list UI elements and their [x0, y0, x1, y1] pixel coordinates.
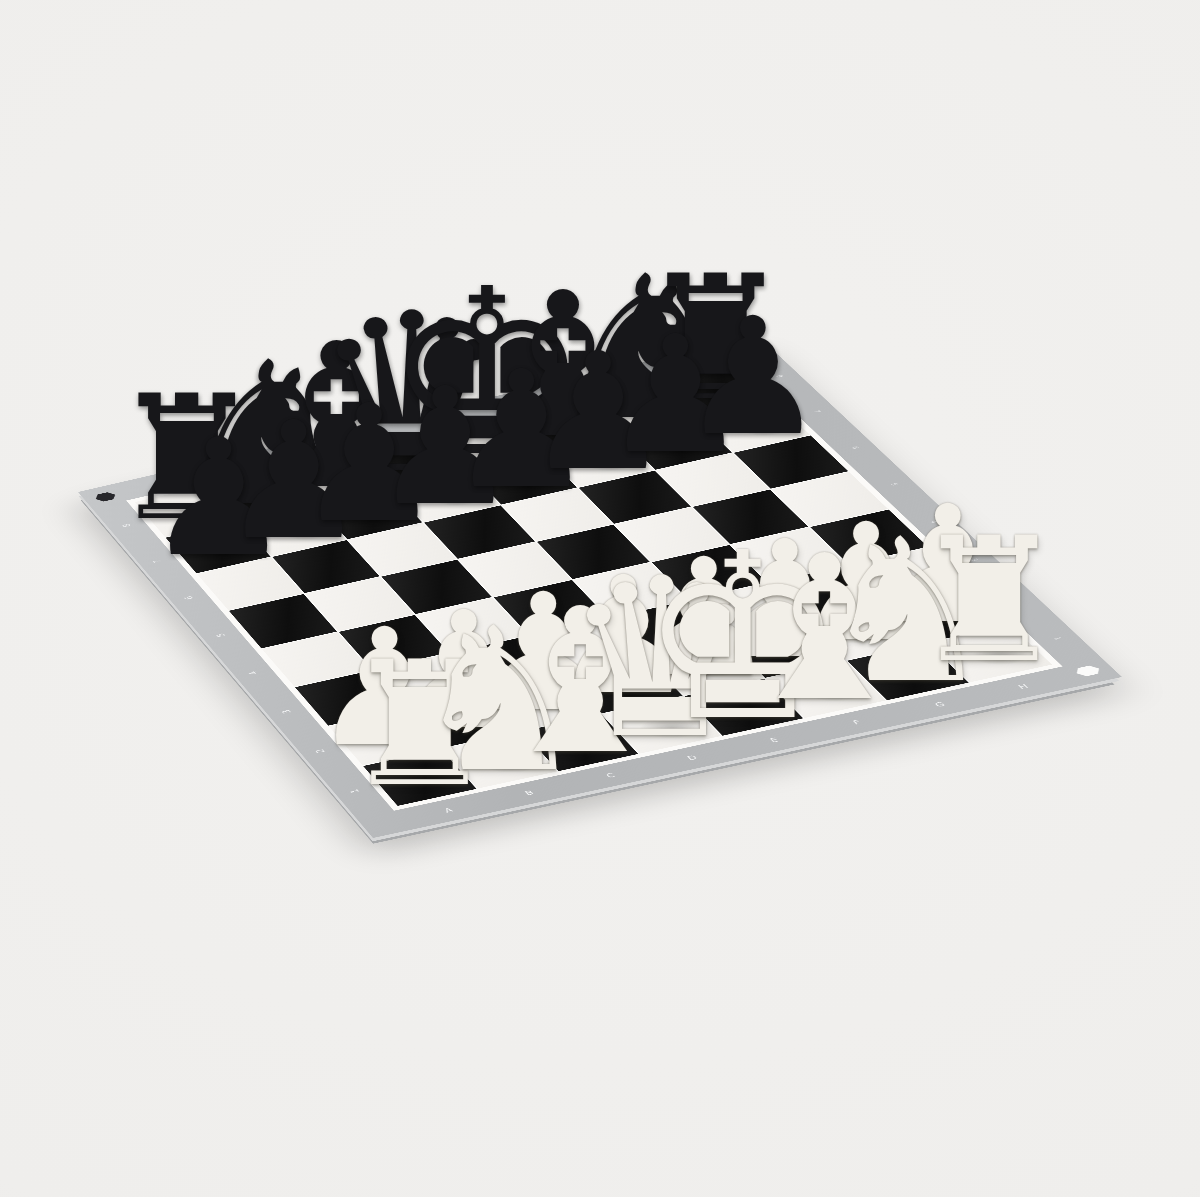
- rank-label-left-4: 4: [247, 670, 260, 676]
- piece-white-rook-h1[interactable]: ♜: [912, 516, 1066, 688]
- white-hexagon-marker: [1072, 664, 1103, 677]
- rank-label-left-6: 6: [183, 595, 195, 600]
- rank-label-right-6: 6: [850, 446, 860, 450]
- rank-label-left-3: 3: [280, 709, 293, 715]
- rank-label-left-5: 5: [215, 632, 227, 637]
- piece-black-pawn-h7[interactable]: ♟: [680, 297, 825, 459]
- chess-set-photo-scene: AABBCCDDEEFFGGHH8877665544332211 ♜♞♝♛♚♝♞…: [0, 0, 1200, 1197]
